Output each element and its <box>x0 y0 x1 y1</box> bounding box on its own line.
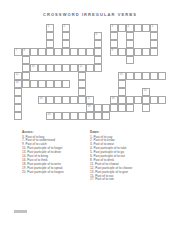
blocked-cell <box>30 104 38 112</box>
clue-number: 7 <box>15 49 17 52</box>
blocked-cell <box>158 24 166 32</box>
blocked-cell <box>94 80 102 88</box>
crossword-cell[interactable]: 9 <box>110 48 118 56</box>
blocked-cell <box>126 80 134 88</box>
blocked-cell <box>86 72 94 80</box>
crossword-cell[interactable] <box>126 32 134 40</box>
crossword-cell[interactable] <box>94 40 102 48</box>
blocked-cell <box>46 88 54 96</box>
clue-number: 11 <box>79 65 82 68</box>
crossword-cell[interactable] <box>54 80 62 88</box>
blocked-cell <box>38 88 46 96</box>
blocked-cell <box>86 24 94 32</box>
crossword-cell[interactable] <box>150 72 158 80</box>
blocked-cell <box>118 40 126 48</box>
blocked-cell <box>142 112 150 120</box>
crossword-cell[interactable] <box>118 24 126 32</box>
crossword-cell[interactable] <box>150 96 158 104</box>
crossword-cell[interactable] <box>46 80 54 88</box>
blocked-cell <box>14 32 22 40</box>
clue-number: 20 <box>47 113 50 116</box>
crossword-cell[interactable] <box>70 96 78 104</box>
crossword-cell[interactable] <box>78 88 86 96</box>
clue-number: 5 <box>151 25 153 28</box>
blocked-cell <box>38 40 46 48</box>
blocked-cell <box>86 56 94 64</box>
blocked-cell <box>118 64 126 72</box>
crossword-cell[interactable] <box>126 56 134 64</box>
crossword-cell[interactable] <box>110 32 118 40</box>
crossword-cell[interactable] <box>46 32 54 40</box>
crossword-cell[interactable] <box>102 104 110 112</box>
clue-number: 8 <box>23 49 25 52</box>
crossword-cell[interactable] <box>86 112 94 120</box>
crossword-cell[interactable] <box>94 56 102 64</box>
blocked-cell <box>94 24 102 32</box>
crossword-cell[interactable] <box>142 72 150 80</box>
blocked-cell <box>110 80 118 88</box>
crossword-cell[interactable] <box>158 96 166 104</box>
crossword-cell[interactable] <box>134 96 142 104</box>
blocked-cell <box>54 104 62 112</box>
crossword-cell[interactable]: 3 <box>110 24 118 32</box>
crossword-cell[interactable]: 7 <box>14 48 22 56</box>
crossword-cell[interactable] <box>78 48 86 56</box>
blocked-cell <box>110 72 118 80</box>
blocked-cell <box>70 40 78 48</box>
blocked-cell <box>78 40 86 48</box>
blocked-cell <box>102 48 110 56</box>
blocked-cell <box>78 104 86 112</box>
crossword-cell[interactable] <box>54 64 62 72</box>
crossword-cell[interactable] <box>78 72 86 80</box>
crossword-cell[interactable] <box>62 40 70 48</box>
blocked-cell <box>158 64 166 72</box>
blocked-cell <box>30 24 38 32</box>
footer-mark <box>14 210 27 213</box>
crossword-cell[interactable] <box>70 112 78 120</box>
crossword-cell[interactable] <box>46 40 54 48</box>
clue-number: 18 <box>111 97 114 100</box>
crossword-cell[interactable] <box>14 96 22 104</box>
blocked-cell <box>158 48 166 56</box>
blocked-cell <box>134 40 142 48</box>
blocked-cell <box>30 32 38 40</box>
blocked-cell <box>86 32 94 40</box>
blocked-cell <box>142 80 150 88</box>
blocked-cell <box>30 72 38 80</box>
crossword-cell[interactable] <box>22 72 30 80</box>
blocked-cell <box>38 72 46 80</box>
crossword-cell[interactable] <box>30 48 38 56</box>
blocked-cell <box>118 56 126 64</box>
clue-item: 17. Past of to see <box>90 178 170 182</box>
clue-number: 15 <box>143 89 146 92</box>
blocked-cell <box>134 80 142 88</box>
blocked-cell <box>38 112 46 120</box>
crossword-cell[interactable] <box>54 112 62 120</box>
blocked-cell <box>62 104 70 112</box>
blocked-cell <box>30 40 38 48</box>
crossword-cell[interactable] <box>118 88 126 96</box>
blocked-cell <box>150 64 158 72</box>
page-title: CROSSWORD IRREGULAR VERBS <box>0 12 180 17</box>
blocked-cell <box>14 64 22 72</box>
blocked-cell <box>102 40 110 48</box>
crossword-cell[interactable] <box>62 64 70 72</box>
blocked-cell <box>14 56 22 64</box>
blocked-cell <box>22 112 30 120</box>
blocked-cell <box>78 24 86 32</box>
blocked-cell <box>70 56 78 64</box>
crossword-cell[interactable]: 1 <box>46 24 54 32</box>
blocked-cell <box>22 32 30 40</box>
blocked-cell <box>78 56 86 64</box>
crossword-cell[interactable] <box>134 48 142 56</box>
crossword-cell[interactable] <box>38 80 46 88</box>
crossword-cell[interactable] <box>150 40 158 48</box>
blocked-cell <box>110 112 118 120</box>
blocked-cell <box>158 112 166 120</box>
crossword-cell[interactable]: 14 <box>14 80 22 88</box>
crossword-cell[interactable] <box>118 48 126 56</box>
blocked-cell <box>38 32 46 40</box>
clue-number: 4 <box>127 25 129 28</box>
blocked-cell <box>102 64 110 72</box>
blocked-cell <box>70 104 78 112</box>
crossword-cell[interactable]: 4 <box>126 24 134 32</box>
crossword-cell[interactable]: 18 <box>110 96 118 104</box>
crossword-cell[interactable] <box>134 72 142 80</box>
blocked-cell <box>150 104 158 112</box>
blocked-cell <box>158 40 166 48</box>
crossword-cell[interactable]: 13 <box>118 72 126 80</box>
blocked-cell <box>70 32 78 40</box>
blocked-cell <box>38 24 46 32</box>
blocked-cell <box>110 88 118 96</box>
clue-number: 6 <box>95 33 97 36</box>
clue-number: 14 <box>15 81 18 84</box>
crossword-cell[interactable] <box>102 112 110 120</box>
crossword-cell[interactable]: 17 <box>86 96 94 104</box>
blocked-cell <box>158 32 166 40</box>
blocked-cell <box>46 56 54 64</box>
crossword-cell[interactable] <box>86 64 94 72</box>
crossword-cell[interactable] <box>158 72 166 80</box>
blocked-cell <box>38 56 46 64</box>
blocked-cell <box>30 96 38 104</box>
blocked-cell <box>62 88 70 96</box>
clue-number: 16 <box>39 97 42 100</box>
blocked-cell <box>134 32 142 40</box>
crossword-cell[interactable] <box>126 96 134 104</box>
crossword-cell[interactable] <box>142 24 150 32</box>
crossword-cell[interactable] <box>22 56 30 64</box>
blocked-cell <box>70 80 78 88</box>
blocked-cell <box>102 24 110 32</box>
clue-number: 10 <box>31 65 34 68</box>
crossword-cell[interactable] <box>62 80 70 88</box>
crossword-cell[interactable] <box>150 32 158 40</box>
blocked-cell <box>54 88 62 96</box>
crossword-cell[interactable] <box>134 24 142 32</box>
blocked-cell <box>150 80 158 88</box>
crossword-cell[interactable]: 12 <box>14 72 22 80</box>
blocked-cell <box>78 32 86 40</box>
blocked-cell <box>22 40 30 48</box>
crossword-cell[interactable] <box>126 48 134 56</box>
crossword-cell[interactable] <box>126 40 134 48</box>
blocked-cell <box>62 56 70 64</box>
crossword-cell[interactable] <box>150 48 158 56</box>
crossword-cell[interactable] <box>126 72 134 80</box>
blocked-cell <box>46 104 54 112</box>
crossword-cell[interactable] <box>118 80 126 88</box>
blocked-cell <box>94 96 102 104</box>
blocked-cell <box>86 40 94 48</box>
crossword-grid: 1234567891011121314151617181920 <box>14 24 166 120</box>
crossword-cell[interactable] <box>70 64 78 72</box>
blocked-cell <box>30 56 38 64</box>
blocked-cell <box>150 56 158 64</box>
blocked-cell <box>110 64 118 72</box>
crossword-cell[interactable]: 16 <box>38 96 46 104</box>
blocked-cell <box>142 56 150 64</box>
crossword-cell[interactable] <box>142 96 150 104</box>
clue-number: 12 <box>15 73 18 76</box>
crossword-cell[interactable] <box>62 112 70 120</box>
blocked-cell <box>38 104 46 112</box>
blocked-cell <box>70 72 78 80</box>
crossword-cell[interactable] <box>78 80 86 88</box>
crossword-cell[interactable]: 6 <box>94 32 102 40</box>
blocked-cell <box>150 112 158 120</box>
blocked-cell <box>62 72 70 80</box>
blocked-cell <box>102 80 110 88</box>
crossword-cell[interactable] <box>38 48 46 56</box>
crossword-cell[interactable] <box>22 80 30 88</box>
crossword-cell[interactable] <box>94 104 102 112</box>
crossword-cell[interactable] <box>94 48 102 56</box>
clue-number: 13 <box>119 73 122 76</box>
clue-number: 9 <box>111 49 113 52</box>
crossword-cell[interactable] <box>30 80 38 88</box>
blocked-cell <box>118 112 126 120</box>
blocked-cell <box>86 88 94 96</box>
blocked-cell <box>102 56 110 64</box>
blocked-cell <box>70 24 78 32</box>
blocked-cell <box>142 32 150 40</box>
crossword-cell[interactable] <box>118 104 126 112</box>
down-clues: Down: 1. Past of to say2. Past of to kno… <box>90 131 170 182</box>
blocked-cell <box>54 56 62 64</box>
crossword-cell[interactable] <box>126 104 134 112</box>
crossword-cell[interactable] <box>38 64 46 72</box>
clue-number: 1 <box>47 25 49 28</box>
blocked-cell <box>134 64 142 72</box>
blocked-cell <box>54 40 62 48</box>
crossword-cell[interactable]: 19 <box>86 104 94 112</box>
crossword-cell[interactable]: 20 <box>46 112 54 120</box>
crossword-cell[interactable] <box>70 48 78 56</box>
crossword-cell[interactable] <box>54 48 62 56</box>
blocked-cell <box>22 96 30 104</box>
blocked-cell <box>134 104 142 112</box>
blocked-cell <box>150 88 158 96</box>
blocked-cell <box>70 88 78 96</box>
crossword-cell[interactable] <box>142 48 150 56</box>
crossword-cell[interactable] <box>78 112 86 120</box>
blocked-cell <box>142 40 150 48</box>
blocked-cell <box>102 32 110 40</box>
clue-number: 2 <box>63 25 65 28</box>
crossword-cell[interactable] <box>62 32 70 40</box>
crossword-cell[interactable]: 8 <box>22 48 30 56</box>
crossword-cell[interactable]: 11 <box>78 64 86 72</box>
crossword-cell[interactable] <box>78 96 86 104</box>
blocked-cell <box>94 88 102 96</box>
blocked-cell <box>158 56 166 64</box>
crossword-cell[interactable] <box>54 96 62 104</box>
crossword-cell[interactable]: 10 <box>30 64 38 72</box>
blocked-cell <box>126 64 134 72</box>
clue-item: 20. Past participle of to forgive <box>22 171 84 175</box>
crossword-cell[interactable] <box>46 96 54 104</box>
crossword-cell[interactable]: 15 <box>142 88 150 96</box>
blocked-cell <box>54 72 62 80</box>
blocked-cell <box>86 80 94 88</box>
blocked-cell <box>102 72 110 80</box>
blocked-cell <box>54 24 62 32</box>
crossword-cell[interactable]: 5 <box>150 24 158 32</box>
blocked-cell <box>30 112 38 120</box>
clue-number: 19 <box>87 105 90 108</box>
crossword-cell[interactable] <box>46 64 54 72</box>
crossword-cell[interactable] <box>118 96 126 104</box>
blocked-cell <box>102 96 110 104</box>
blocked-cell <box>22 88 30 96</box>
crossword-cell[interactable]: 2 <box>62 24 70 32</box>
crossword-cell[interactable] <box>22 64 30 72</box>
crossword-cell[interactable] <box>14 112 22 120</box>
blocked-cell <box>22 104 30 112</box>
crossword-cell[interactable] <box>110 40 118 48</box>
blocked-cell <box>134 112 142 120</box>
crossword-cell[interactable] <box>86 48 94 56</box>
blocked-cell <box>102 88 110 96</box>
blocked-cell <box>158 80 166 88</box>
crossword-cell[interactable] <box>46 48 54 56</box>
blocked-cell <box>22 24 30 32</box>
across-clues: Across: 3. Past of to buy7. Past of to u… <box>22 131 84 175</box>
clue-number: 3 <box>111 25 113 28</box>
blocked-cell <box>126 112 134 120</box>
blocked-cell <box>110 56 118 64</box>
crossword-cell[interactable] <box>14 104 22 112</box>
crossword-cell[interactable] <box>94 112 102 120</box>
crossword-cell[interactable] <box>142 104 150 112</box>
crossword-cell[interactable] <box>94 64 102 72</box>
blocked-cell <box>14 40 22 48</box>
blocked-cell <box>142 64 150 72</box>
blocked-cell <box>134 88 142 96</box>
crossword-cell[interactable] <box>62 96 70 104</box>
blocked-cell <box>94 72 102 80</box>
blocked-cell <box>118 32 126 40</box>
blocked-cell <box>14 24 22 32</box>
blocked-cell <box>158 88 166 96</box>
blocked-cell <box>158 104 166 112</box>
blocked-cell <box>134 56 142 64</box>
crossword-cell[interactable] <box>110 104 118 112</box>
crossword-cell[interactable] <box>62 48 70 56</box>
clue-number: 17 <box>87 97 90 100</box>
blocked-cell <box>126 88 134 96</box>
blocked-cell <box>54 32 62 40</box>
blocked-cell <box>30 88 38 96</box>
blocked-cell <box>46 72 54 80</box>
crossword-cell[interactable] <box>14 88 22 96</box>
